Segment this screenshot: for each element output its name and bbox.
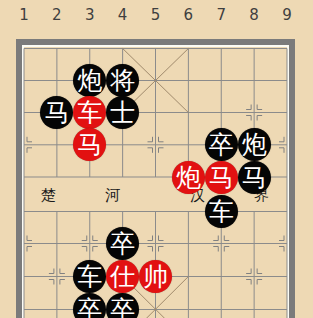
piece-red-仕[interactable]: 仕 xyxy=(106,260,139,293)
piece-black-炮[interactable]: 炮 xyxy=(238,128,271,161)
piece-red-车[interactable]: 车 xyxy=(73,96,106,129)
piece-red-帅[interactable]: 帅 xyxy=(139,260,172,293)
piece-black-卒[interactable]: 卒 xyxy=(205,128,238,161)
piece-red-炮[interactable]: 炮 xyxy=(172,161,205,194)
xiangqi-game-screen: 123456789 楚河 汉界 炮将马车士马卒炮炮马马车卒车仕帅卒卒 xyxy=(0,0,313,318)
piece-red-马[interactable]: 马 xyxy=(205,161,238,194)
piece-black-卒[interactable]: 卒 xyxy=(73,293,106,318)
piece-black-将[interactable]: 将 xyxy=(106,64,139,97)
piece-black-士[interactable]: 士 xyxy=(106,96,139,129)
piece-black-卒[interactable]: 卒 xyxy=(106,293,139,318)
piece-red-马[interactable]: 马 xyxy=(73,128,106,161)
piece-black-炮[interactable]: 炮 xyxy=(73,64,106,97)
piece-black-车[interactable]: 车 xyxy=(73,260,106,293)
piece-black-车[interactable]: 车 xyxy=(205,195,238,228)
piece-black-马[interactable]: 马 xyxy=(238,161,271,194)
river-label-chu-he: 楚河 xyxy=(41,186,120,202)
piece-black-马[interactable]: 马 xyxy=(40,96,73,129)
piece-black-卒[interactable]: 卒 xyxy=(106,227,139,260)
